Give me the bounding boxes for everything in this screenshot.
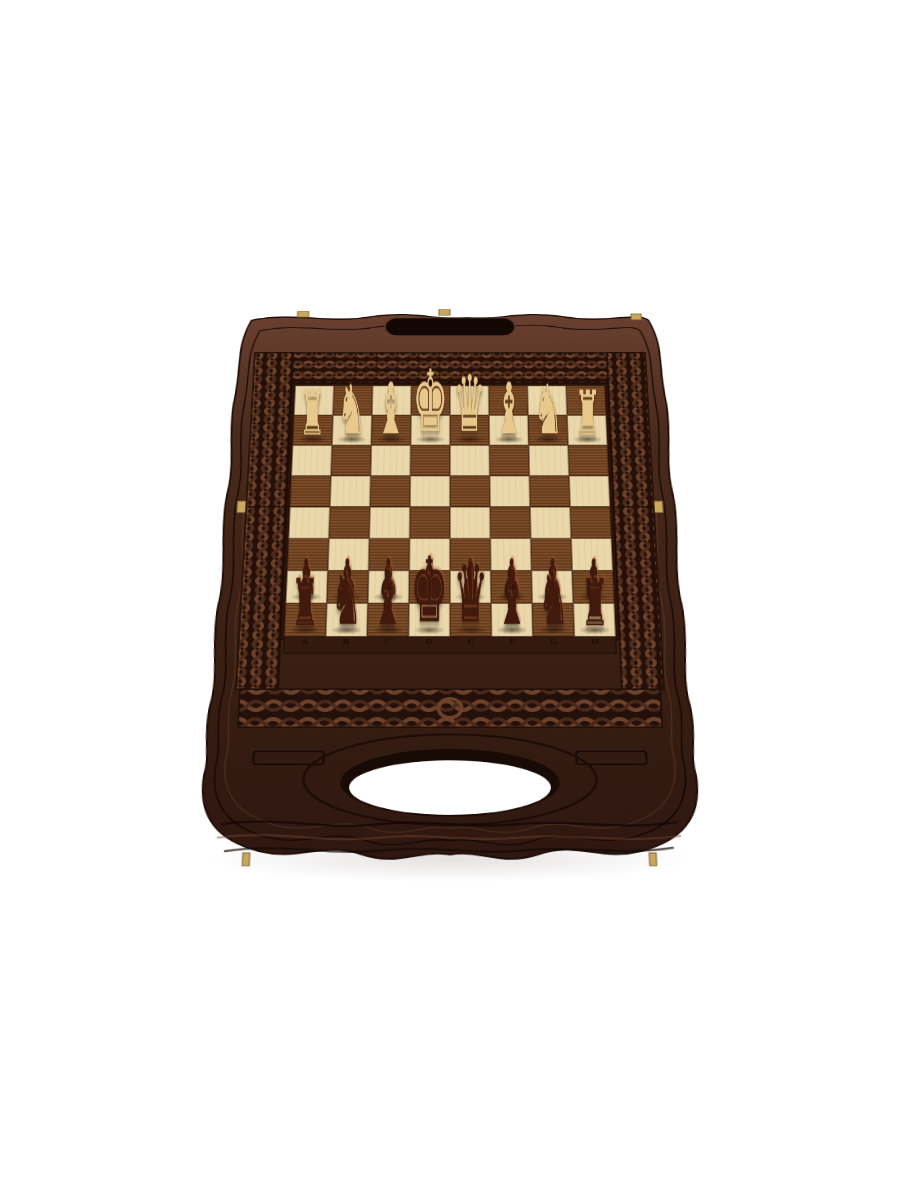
rank-label-1: 1: [256, 603, 282, 636]
piece-black-knight-g1[interactable]: ♞: [538, 563, 568, 635]
square-h5[interactable]: [569, 476, 610, 507]
file-label-a: A: [283, 637, 325, 654]
piece-black-queen-e1[interactable]: ♛: [453, 553, 488, 635]
file-label-b: B: [325, 637, 367, 654]
square-h4[interactable]: [570, 507, 611, 539]
square-d7[interactable]: ♚: [411, 415, 450, 445]
far-handle-slot: [385, 318, 515, 336]
square-c1[interactable]: ♝: [367, 603, 409, 636]
square-b4[interactable]: [329, 507, 370, 539]
piece-black-bishop-f1[interactable]: ♝: [496, 560, 527, 635]
rank-label-6: 6: [264, 445, 289, 476]
photo-canvas: { "game": "chess", "scene_caption": "Car…: [0, 0, 900, 1200]
chess-board: ♜♞♝♚♛♝♞♜♟♟♟♟♟♟♟♟♜♞♝♚♛♝♞♜: [284, 386, 616, 637]
piece-white-king-d7[interactable]: ♚: [412, 359, 448, 444]
piece-white-rook-a7[interactable]: ♜: [299, 383, 325, 444]
piece-white-bishop-c7[interactable]: ♝: [376, 373, 406, 444]
piece-white-rook-h7[interactable]: ♜: [575, 383, 601, 444]
rank-label-7: 7: [266, 415, 291, 445]
file-label-d: D: [408, 637, 450, 654]
piece-black-bishop-c1[interactable]: ♝: [372, 560, 403, 635]
square-b7[interactable]: ♞: [332, 415, 372, 445]
square-g6[interactable]: [529, 445, 569, 476]
square-e4[interactable]: [450, 507, 490, 539]
square-h1[interactable]: ♜: [573, 603, 616, 636]
square-a5[interactable]: [290, 476, 331, 507]
square-f1[interactable]: ♝: [491, 603, 533, 636]
piece-black-rook-a1[interactable]: ♜: [291, 570, 318, 635]
square-d1[interactable]: ♚: [409, 603, 450, 636]
square-d5[interactable]: [410, 476, 450, 507]
file-labels: ABCDEFGH: [283, 637, 616, 654]
rank-label-5: 5: [263, 476, 288, 507]
piece-white-knight-g7[interactable]: ♞: [534, 375, 563, 443]
file-label-e: E: [450, 637, 492, 654]
square-c6[interactable]: [371, 445, 411, 476]
piece-black-king-d1[interactable]: ♚: [410, 546, 448, 635]
square-a6[interactable]: [291, 445, 332, 476]
square-e6[interactable]: [450, 445, 490, 476]
square-g4[interactable]: [530, 507, 571, 539]
square-b5[interactable]: [330, 476, 371, 507]
file-label-c: C: [367, 637, 409, 654]
square-c7[interactable]: ♝: [371, 415, 411, 445]
file-label-g: G: [533, 637, 575, 654]
square-h6[interactable]: [568, 445, 609, 476]
piece-black-knight-b1[interactable]: ♞: [331, 563, 361, 635]
rank-label-8: 8: [267, 386, 291, 416]
square-f5[interactable]: [490, 476, 530, 507]
square-d4[interactable]: [410, 507, 450, 539]
square-c5[interactable]: [370, 476, 410, 507]
piece-white-queen-e7[interactable]: ♛: [453, 366, 486, 444]
rank-label-4: 4: [261, 507, 286, 539]
square-g1[interactable]: ♞: [532, 603, 574, 636]
square-c4[interactable]: [369, 507, 410, 539]
square-h7[interactable]: ♜: [567, 415, 607, 445]
square-b6[interactable]: [331, 445, 371, 476]
square-g7[interactable]: ♞: [528, 415, 568, 445]
file-label-h: H: [574, 637, 616, 654]
piece-black-rook-h1[interactable]: ♜: [581, 570, 608, 635]
square-e5[interactable]: [450, 476, 490, 507]
square-g5[interactable]: [529, 476, 570, 507]
square-a4[interactable]: [289, 507, 330, 539]
rank-label-2: 2: [258, 571, 284, 604]
scroll-band: [238, 689, 662, 727]
square-a7[interactable]: ♜: [293, 415, 333, 445]
square-e7[interactable]: ♛: [450, 415, 489, 445]
rank-label-3: 3: [259, 538, 285, 570]
square-d6[interactable]: [410, 445, 450, 476]
square-b1[interactable]: ♞: [326, 603, 368, 636]
square-f6[interactable]: [489, 445, 529, 476]
file-label-f: F: [491, 637, 533, 654]
square-a1[interactable]: ♜: [284, 603, 327, 636]
handle-hole[interactable]: [348, 760, 551, 814]
scene: ♜♞♝♚♛♝♞♜♟♟♟♟♟♟♟♟♜♞♝♚♛♝♞♜ 87654321 ABCDEF…: [190, 110, 710, 870]
square-f4[interactable]: [490, 507, 531, 539]
square-e1[interactable]: ♛: [450, 603, 491, 636]
piece-white-bishop-f7[interactable]: ♝: [494, 373, 524, 444]
chess-case: ♜♞♝♚♛♝♞♜♟♟♟♟♟♟♟♟♜♞♝♚♛♝♞♜ 87654321 ABCDEF…: [190, 308, 710, 870]
piece-white-knight-b7[interactable]: ♞: [337, 375, 366, 443]
square-f7[interactable]: ♝: [489, 415, 529, 445]
